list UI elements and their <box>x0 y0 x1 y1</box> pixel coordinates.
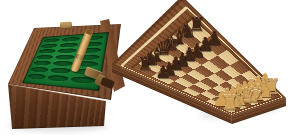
felt-piece-slot <box>61 37 80 42</box>
chess-board <box>112 0 286 116</box>
felt-piece-slot <box>47 75 69 82</box>
chess-set-product-photo: ♜♞♝♟♚♟♛♟♝♟♞♟♜♟♟♟♟♟♟♜♞♟♝♟♚♟♛♟♝♟♞♜ Wooden … <box>0 0 290 135</box>
felt-piece-slot <box>33 61 51 66</box>
felt-piece-slot <box>38 49 56 53</box>
scene-caption: Wooden folding magnetic travel chess set… <box>0 0 1 1</box>
board-grid <box>132 19 278 113</box>
felt-piece-slot <box>52 61 73 66</box>
felt-piece-slot <box>30 67 49 72</box>
felt-piece-slot <box>36 55 54 59</box>
felt-piece-slot <box>59 42 79 47</box>
felt-piece-slot <box>55 55 75 60</box>
felt-piece-slot <box>50 68 71 74</box>
felt-piece-slot <box>57 48 77 53</box>
felt-piece-slot <box>41 43 58 48</box>
felt-piece-slot <box>43 38 60 43</box>
felt-piece-slot <box>27 73 46 79</box>
dowel-brass-band <box>74 53 84 61</box>
finger-notch <box>60 22 72 30</box>
